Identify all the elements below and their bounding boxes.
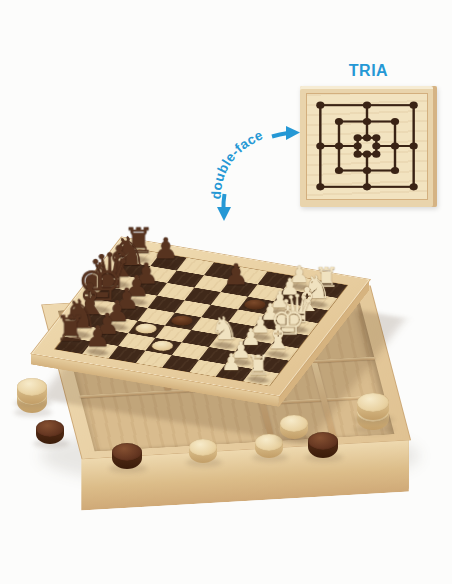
tria-label: TRIA [300,62,437,80]
morris-point [410,102,418,109]
morris-point [335,118,343,125]
checker-top [112,443,142,461]
double-face-annotation: double-face [188,110,308,224]
arrowhead-right-icon [286,126,300,140]
morris-point [391,167,399,174]
checker-on-board-light [149,339,176,352]
loose-checker-dark [112,443,142,471]
morris-point [335,167,343,174]
morris-point [372,134,380,141]
morris-point [354,142,362,149]
chess-piece-dark-pawn: ♟ [71,322,123,352]
loose-checker-dark [36,420,64,446]
arrowhead-down-icon [217,207,231,221]
tria-board-surface [306,93,428,200]
loose-checker-dark [308,432,338,460]
morris-point [316,142,324,149]
morris-point [391,118,399,125]
checker-on-board-dark [169,314,196,327]
loose-checker-light [189,439,217,465]
loose-checker-light [280,415,308,441]
morris-point [363,167,371,174]
morris-point [410,183,418,190]
morris-point [363,102,371,109]
checker-top [308,432,338,450]
morris-point [316,183,324,190]
product-photo-canvas: ♜♟♟♜♞♟♟♞♝♟♟♝♛♟♟♛♚♟♟♚♝♟♞♟♝♞♟♟♜♟♟♜ TRIA [0,0,452,584]
morris-point [410,142,418,149]
nine-mens-morris-pattern [311,97,423,195]
tria-morris-board [300,86,437,207]
loose-checker-stack-light [17,378,47,406]
morris-point [316,102,324,109]
arrow-segment [272,133,288,137]
svg-text:double-face: double-face [209,127,266,199]
morris-point [363,118,371,125]
double-face-label: double-face [209,127,266,199]
chess-piece-dark-pawn: ♟ [210,261,262,291]
morris-point [335,142,343,149]
checker-top [280,415,308,432]
morris-point [363,151,371,158]
morris-point [354,134,362,141]
morris-point [372,142,380,149]
loose-checker-stack-light [357,393,389,422]
checker-top [36,420,64,437]
morris-point [363,134,371,141]
morris-point [372,151,380,158]
morris-point [363,183,371,190]
checker-top [17,378,47,396]
chess-pieces-layer: ♜♟♟♜♞♟♟♞♝♟♟♝♛♟♟♛♚♟♟♚♝♟♞♟♝♞♟♟♜♟♟♜ [54,248,346,385]
chess-piece-light-rook: ♜ [232,352,284,380]
checker-top [357,393,389,412]
checker-top [189,439,217,456]
morris-point [354,151,362,158]
morris-point [391,142,399,149]
